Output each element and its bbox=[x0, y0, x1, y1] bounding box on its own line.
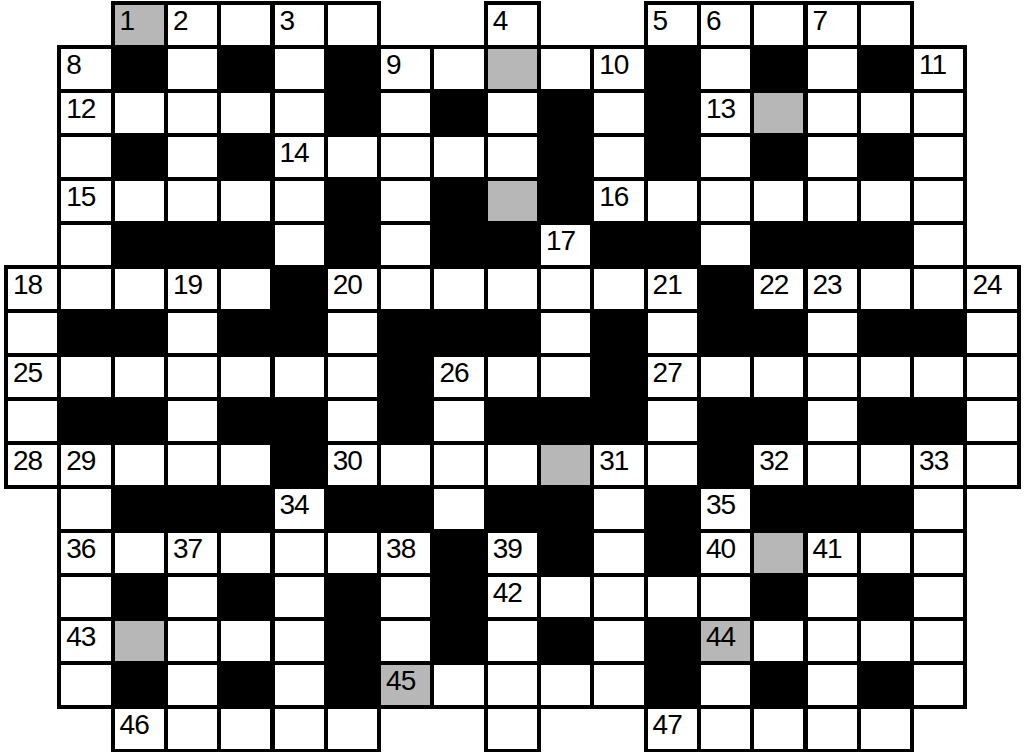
crossword-cell[interactable] bbox=[644, 441, 701, 489]
blocked-cell bbox=[804, 221, 861, 269]
crossword-cell[interactable] bbox=[697, 221, 754, 269]
crossword-cell[interactable] bbox=[590, 661, 647, 709]
blocked-cell bbox=[537, 177, 594, 225]
blocked-cell bbox=[217, 221, 274, 269]
crossword-cell[interactable]: 25 bbox=[4, 353, 61, 401]
blocked-cell bbox=[644, 89, 701, 137]
crossword-cell[interactable] bbox=[271, 221, 328, 269]
crossword-cell[interactable] bbox=[217, 441, 274, 489]
blocked-cell bbox=[324, 617, 381, 665]
crossword-cell[interactable] bbox=[910, 617, 967, 665]
crossword-cell[interactable] bbox=[537, 265, 594, 313]
crossword-cell[interactable] bbox=[164, 573, 221, 621]
crossword-cell[interactable] bbox=[324, 705, 381, 752]
shaded-cell[interactable]: 44 bbox=[697, 617, 754, 665]
crossword-cell[interactable] bbox=[111, 265, 168, 313]
blocked-cell bbox=[590, 353, 647, 401]
crossword-cell[interactable] bbox=[963, 309, 1020, 357]
clue-number: 25 bbox=[13, 357, 42, 389]
crossword-cell[interactable]: 5 bbox=[644, 1, 701, 49]
crossword-cell[interactable] bbox=[164, 89, 221, 137]
crossword-cell[interactable] bbox=[804, 661, 861, 709]
blocked-cell bbox=[537, 529, 594, 577]
clue-number: 2 bbox=[173, 5, 188, 37]
crossword-cell[interactable] bbox=[804, 177, 861, 225]
crossword-cell[interactable] bbox=[590, 89, 647, 137]
clue-number: 33 bbox=[919, 445, 948, 477]
blocked-cell bbox=[324, 221, 381, 269]
crossword-cell[interactable] bbox=[910, 529, 967, 577]
crossword-cell[interactable] bbox=[804, 441, 861, 489]
blocked-cell bbox=[377, 309, 434, 357]
crossword-cell[interactable] bbox=[377, 573, 434, 621]
crossword-cell[interactable] bbox=[644, 177, 701, 225]
crossword-cell[interactable]: 21 bbox=[644, 265, 701, 313]
blocked-cell bbox=[484, 221, 541, 269]
blocked-cell bbox=[857, 485, 914, 533]
crossword-cell[interactable]: 13 bbox=[697, 89, 754, 137]
blocked-cell bbox=[857, 221, 914, 269]
crossword-cell[interactable] bbox=[430, 485, 487, 533]
crossword-cell[interactable]: 7 bbox=[804, 1, 861, 49]
blocked-cell bbox=[111, 45, 168, 93]
blocked-cell bbox=[590, 221, 647, 269]
clue-number: 10 bbox=[599, 49, 628, 81]
crossword-cell[interactable] bbox=[111, 441, 168, 489]
crossword-cell[interactable] bbox=[537, 573, 594, 621]
crossword-cell[interactable] bbox=[57, 133, 114, 181]
crossword-cell[interactable]: 43 bbox=[57, 617, 114, 665]
clue-number: 44 bbox=[706, 621, 735, 653]
blocked-cell bbox=[697, 309, 754, 357]
blocked-cell bbox=[750, 485, 807, 533]
crossword-cell[interactable] bbox=[804, 309, 861, 357]
crossword-cell[interactable] bbox=[644, 573, 701, 621]
crossword-cell[interactable] bbox=[57, 265, 114, 313]
blocked-cell bbox=[111, 221, 168, 269]
crossword-cell[interactable]: 19 bbox=[164, 265, 221, 313]
blocked-cell bbox=[750, 397, 807, 445]
crossword-cell[interactable] bbox=[217, 353, 274, 401]
crossword-cell[interactable] bbox=[217, 265, 274, 313]
crossword-cell[interactable] bbox=[590, 133, 647, 181]
blocked-cell bbox=[750, 45, 807, 93]
crossword-cell[interactable] bbox=[910, 573, 967, 621]
blocked-cell bbox=[377, 397, 434, 445]
crossword-cell[interactable]: 28 bbox=[4, 441, 61, 489]
crossword-cell[interactable]: 3 bbox=[271, 1, 328, 49]
blocked-cell bbox=[857, 573, 914, 621]
crossword-cell[interactable] bbox=[484, 353, 541, 401]
crossword-cell[interactable] bbox=[377, 177, 434, 225]
blocked-cell bbox=[111, 133, 168, 181]
crossword-cell[interactable] bbox=[164, 133, 221, 181]
crossword-cell[interactable] bbox=[377, 441, 434, 489]
crossword-cell[interactable]: 33 bbox=[910, 441, 967, 489]
crossword-cell[interactable] bbox=[484, 133, 541, 181]
blocked-cell bbox=[430, 617, 487, 665]
crossword-cell[interactable] bbox=[857, 529, 914, 577]
blocked-cell bbox=[644, 529, 701, 577]
crossword-cell[interactable]: 15 bbox=[57, 177, 114, 225]
blocked-cell bbox=[750, 221, 807, 269]
blocked-cell bbox=[644, 661, 701, 709]
crossword-cell[interactable] bbox=[910, 177, 967, 225]
crossword-cell[interactable] bbox=[910, 661, 967, 709]
crossword-cell[interactable]: 4 bbox=[484, 1, 541, 49]
crossword-cell[interactable]: 12 bbox=[57, 89, 114, 137]
clue-number: 29 bbox=[66, 445, 95, 477]
blocked-cell bbox=[697, 397, 754, 445]
crossword-cell[interactable]: 23 bbox=[804, 265, 861, 313]
crossword-cell[interactable] bbox=[111, 177, 168, 225]
blocked-cell bbox=[217, 45, 274, 93]
clue-number: 34 bbox=[280, 489, 309, 521]
clue-number: 3 bbox=[280, 5, 295, 37]
crossword-cell[interactable]: 10 bbox=[590, 45, 647, 93]
clue-number: 46 bbox=[120, 709, 149, 741]
blocked-cell bbox=[750, 573, 807, 621]
crossword-cell[interactable]: 14 bbox=[271, 133, 328, 181]
crossword-cell[interactable]: 26 bbox=[430, 353, 487, 401]
clue-number: 13 bbox=[706, 93, 735, 125]
crossword-cell[interactable] bbox=[963, 397, 1020, 445]
shaded-cell[interactable] bbox=[484, 177, 541, 225]
crossword-cell[interactable] bbox=[484, 705, 541, 752]
crossword-cell[interactable] bbox=[910, 265, 967, 313]
crossword-cell[interactable] bbox=[697, 705, 754, 752]
crossword-cell[interactable] bbox=[57, 221, 114, 269]
crossword-cell[interactable] bbox=[57, 353, 114, 401]
shaded-cell[interactable] bbox=[484, 45, 541, 93]
shaded-cell[interactable] bbox=[750, 529, 807, 577]
blocked-cell bbox=[377, 353, 434, 401]
clue-number: 14 bbox=[280, 137, 309, 169]
crossword-cell[interactable]: 34 bbox=[271, 485, 328, 533]
crossword-cell[interactable] bbox=[271, 573, 328, 621]
crossword-cell[interactable] bbox=[164, 353, 221, 401]
clue-number: 28 bbox=[13, 445, 42, 477]
crossword-cell[interactable] bbox=[271, 177, 328, 225]
crossword-cell[interactable] bbox=[430, 441, 487, 489]
crossword-cell[interactable] bbox=[217, 617, 274, 665]
shaded-cell[interactable] bbox=[537, 441, 594, 489]
crossword-cell[interactable] bbox=[750, 177, 807, 225]
crossword-cell[interactable]: 41 bbox=[804, 529, 861, 577]
crossword-cell[interactable] bbox=[857, 1, 914, 49]
clue-number: 45 bbox=[386, 665, 415, 697]
crossword-cell[interactable] bbox=[484, 441, 541, 489]
crossword-cell[interactable] bbox=[857, 441, 914, 489]
blocked-cell bbox=[324, 89, 381, 137]
crossword-cell[interactable]: 40 bbox=[697, 529, 754, 577]
blocked-cell bbox=[57, 397, 114, 445]
crossword-puzzle: 1234567891011121314151617181920212223242… bbox=[0, 0, 1024, 752]
blocked-cell bbox=[324, 485, 381, 533]
blocked-cell bbox=[271, 265, 328, 313]
crossword-cell[interactable]: 18 bbox=[4, 265, 61, 313]
clue-number: 38 bbox=[386, 533, 415, 565]
shaded-cell[interactable]: 1 bbox=[111, 1, 168, 49]
crossword-cell[interactable] bbox=[377, 133, 434, 181]
clue-number: 41 bbox=[813, 533, 842, 565]
crossword-cell[interactable]: 30 bbox=[324, 441, 381, 489]
crossword-cell[interactable]: 27 bbox=[644, 353, 701, 401]
blocked-cell bbox=[217, 485, 274, 533]
crossword-cell[interactable]: 31 bbox=[590, 441, 647, 489]
crossword-cell[interactable] bbox=[324, 309, 381, 357]
blocked-cell bbox=[484, 485, 541, 533]
crossword-cell[interactable] bbox=[804, 705, 861, 752]
crossword-cell[interactable] bbox=[324, 529, 381, 577]
crossword-cell[interactable] bbox=[537, 661, 594, 709]
crossword-board: 1234567891011121314151617181920212223242… bbox=[0, 0, 1024, 752]
clue-number: 4 bbox=[493, 5, 508, 37]
crossword-cell[interactable] bbox=[164, 441, 221, 489]
crossword-cell[interactable] bbox=[697, 45, 754, 93]
crossword-cell[interactable] bbox=[430, 265, 487, 313]
crossword-cell[interactable] bbox=[217, 705, 274, 752]
crossword-cell[interactable] bbox=[590, 617, 647, 665]
clue-number: 35 bbox=[706, 489, 735, 521]
blocked-cell bbox=[590, 309, 647, 357]
crossword-cell[interactable] bbox=[590, 573, 647, 621]
clue-number: 47 bbox=[653, 709, 682, 741]
crossword-cell[interactable] bbox=[804, 89, 861, 137]
crossword-cell[interactable] bbox=[377, 221, 434, 269]
crossword-cell[interactable] bbox=[590, 265, 647, 313]
crossword-cell[interactable] bbox=[697, 353, 754, 401]
crossword-cell[interactable]: 42 bbox=[484, 573, 541, 621]
crossword-cell[interactable] bbox=[57, 573, 114, 621]
blocked-cell bbox=[430, 529, 487, 577]
crossword-cell[interactable] bbox=[750, 1, 807, 49]
crossword-cell[interactable] bbox=[910, 221, 967, 269]
blocked-cell bbox=[910, 397, 967, 445]
blocked-cell bbox=[644, 45, 701, 93]
blocked-cell bbox=[217, 133, 274, 181]
crossword-cell[interactable] bbox=[910, 353, 967, 401]
crossword-cell[interactable] bbox=[111, 529, 168, 577]
crossword-cell[interactable]: 37 bbox=[164, 529, 221, 577]
crossword-cell[interactable] bbox=[537, 309, 594, 357]
crossword-cell[interactable] bbox=[217, 177, 274, 225]
blocked-cell bbox=[430, 573, 487, 621]
crossword-cell[interactable] bbox=[217, 89, 274, 137]
blocked-cell bbox=[537, 133, 594, 181]
crossword-cell[interactable] bbox=[4, 309, 61, 357]
crossword-cell[interactable] bbox=[484, 661, 541, 709]
clue-number: 12 bbox=[66, 93, 95, 125]
crossword-cell[interactable] bbox=[430, 661, 487, 709]
blocked-cell bbox=[537, 617, 594, 665]
blocked-cell bbox=[857, 661, 914, 709]
blocked-cell bbox=[111, 661, 168, 709]
crossword-cell[interactable] bbox=[271, 705, 328, 752]
blocked-cell bbox=[217, 397, 274, 445]
crossword-cell[interactable]: 2 bbox=[164, 1, 221, 49]
blocked-cell bbox=[750, 661, 807, 709]
crossword-cell[interactable] bbox=[910, 133, 967, 181]
blocked-cell bbox=[644, 133, 701, 181]
crossword-cell[interactable]: 8 bbox=[57, 45, 114, 93]
crossword-cell[interactable]: 20 bbox=[324, 265, 381, 313]
blocked-cell bbox=[857, 309, 914, 357]
blocked-cell bbox=[697, 265, 754, 313]
blocked-cell bbox=[217, 309, 274, 357]
crossword-cell[interactable] bbox=[484, 265, 541, 313]
clue-number: 18 bbox=[13, 269, 42, 301]
crossword-cell[interactable] bbox=[4, 397, 61, 445]
crossword-cell[interactable] bbox=[324, 353, 381, 401]
crossword-cell[interactable] bbox=[271, 661, 328, 709]
clue-number: 42 bbox=[493, 577, 522, 609]
crossword-cell[interactable] bbox=[271, 353, 328, 401]
crossword-cell[interactable] bbox=[857, 265, 914, 313]
crossword-cell[interactable] bbox=[217, 529, 274, 577]
crossword-cell[interactable] bbox=[750, 617, 807, 665]
crossword-cell[interactable] bbox=[324, 397, 381, 445]
crossword-cell[interactable] bbox=[804, 45, 861, 93]
crossword-cell[interactable] bbox=[164, 617, 221, 665]
blocked-cell bbox=[164, 221, 221, 269]
crossword-cell[interactable] bbox=[644, 397, 701, 445]
crossword-cell[interactable] bbox=[804, 573, 861, 621]
crossword-cell[interactable] bbox=[804, 617, 861, 665]
blocked-cell bbox=[430, 221, 487, 269]
crossword-cell[interactable]: 46 bbox=[111, 705, 168, 752]
clue-number: 36 bbox=[66, 533, 95, 565]
crossword-cell[interactable] bbox=[963, 441, 1020, 489]
crossword-cell[interactable] bbox=[377, 617, 434, 665]
crossword-cell[interactable] bbox=[590, 485, 647, 533]
crossword-cell[interactable] bbox=[963, 353, 1020, 401]
shaded-cell[interactable] bbox=[750, 89, 807, 137]
crossword-cell[interactable] bbox=[590, 529, 647, 577]
crossword-cell[interactable]: 47 bbox=[644, 705, 701, 752]
clue-number: 43 bbox=[66, 621, 95, 653]
crossword-cell[interactable] bbox=[324, 133, 381, 181]
clue-number: 37 bbox=[173, 533, 202, 565]
crossword-cell[interactable] bbox=[537, 353, 594, 401]
crossword-cell[interactable] bbox=[857, 705, 914, 752]
crossword-cell[interactable] bbox=[217, 1, 274, 49]
blocked-cell bbox=[537, 485, 594, 533]
crossword-cell[interactable] bbox=[430, 397, 487, 445]
clue-number: 7 bbox=[813, 5, 828, 37]
clue-number: 40 bbox=[706, 533, 735, 565]
crossword-cell[interactable] bbox=[271, 529, 328, 577]
crossword-cell[interactable] bbox=[804, 353, 861, 401]
crossword-cell[interactable] bbox=[857, 353, 914, 401]
crossword-cell[interactable] bbox=[430, 45, 487, 93]
clue-number: 31 bbox=[599, 445, 628, 477]
clue-number: 16 bbox=[599, 181, 628, 213]
blocked-cell bbox=[111, 397, 168, 445]
blocked-cell bbox=[857, 45, 914, 93]
crossword-cell[interactable]: 29 bbox=[57, 441, 114, 489]
crossword-cell[interactable] bbox=[164, 177, 221, 225]
crossword-cell[interactable]: 39 bbox=[484, 529, 541, 577]
crossword-cell[interactable]: 17 bbox=[537, 221, 594, 269]
shaded-cell[interactable]: 45 bbox=[377, 661, 434, 709]
crossword-cell[interactable] bbox=[804, 397, 861, 445]
crossword-cell[interactable] bbox=[644, 309, 701, 357]
crossword-cell[interactable]: 22 bbox=[750, 265, 807, 313]
crossword-cell[interactable] bbox=[324, 1, 381, 49]
crossword-cell[interactable] bbox=[164, 45, 221, 93]
crossword-cell[interactable] bbox=[697, 661, 754, 709]
clue-number: 30 bbox=[333, 445, 362, 477]
blocked-cell bbox=[750, 309, 807, 357]
crossword-cell[interactable] bbox=[377, 89, 434, 137]
crossword-cell[interactable] bbox=[857, 89, 914, 137]
blocked-cell bbox=[750, 133, 807, 181]
blocked-cell bbox=[804, 485, 861, 533]
crossword-cell[interactable] bbox=[111, 89, 168, 137]
blocked-cell bbox=[324, 177, 381, 225]
crossword-cell[interactable] bbox=[164, 397, 221, 445]
crossword-cell[interactable] bbox=[271, 89, 328, 137]
shaded-cell[interactable] bbox=[111, 617, 168, 665]
crossword-cell[interactable] bbox=[697, 177, 754, 225]
crossword-cell[interactable] bbox=[164, 309, 221, 357]
blocked-cell bbox=[217, 661, 274, 709]
crossword-cell[interactable] bbox=[697, 573, 754, 621]
crossword-cell[interactable] bbox=[377, 265, 434, 313]
crossword-cell[interactable]: 32 bbox=[750, 441, 807, 489]
crossword-cell[interactable] bbox=[750, 705, 807, 752]
crossword-cell[interactable] bbox=[164, 705, 221, 752]
crossword-cell[interactable] bbox=[697, 133, 754, 181]
crossword-cell[interactable] bbox=[57, 485, 114, 533]
crossword-cell[interactable] bbox=[537, 45, 594, 93]
crossword-cell[interactable] bbox=[271, 45, 328, 93]
blocked-cell bbox=[430, 89, 487, 137]
crossword-cell[interactable] bbox=[164, 661, 221, 709]
crossword-cell[interactable] bbox=[271, 617, 328, 665]
clue-number: 20 bbox=[333, 269, 362, 301]
clue-number: 9 bbox=[386, 49, 401, 81]
blocked-cell bbox=[644, 221, 701, 269]
crossword-cell[interactable]: 11 bbox=[910, 45, 967, 93]
crossword-cell[interactable] bbox=[484, 617, 541, 665]
blocked-cell bbox=[217, 573, 274, 621]
crossword-cell[interactable] bbox=[750, 353, 807, 401]
crossword-cell[interactable] bbox=[484, 89, 541, 137]
crossword-cell[interactable]: 6 bbox=[697, 1, 754, 49]
crossword-cell[interactable] bbox=[804, 133, 861, 181]
clue-number: 27 bbox=[653, 357, 682, 389]
crossword-cell[interactable] bbox=[430, 133, 487, 181]
crossword-cell[interactable] bbox=[857, 177, 914, 225]
crossword-cell[interactable] bbox=[910, 89, 967, 137]
crossword-cell[interactable]: 38 bbox=[377, 529, 434, 577]
clue-number: 5 bbox=[653, 5, 668, 37]
crossword-cell[interactable] bbox=[910, 485, 967, 533]
blocked-cell bbox=[164, 485, 221, 533]
crossword-cell[interactable]: 24 bbox=[963, 265, 1020, 313]
crossword-cell[interactable] bbox=[111, 353, 168, 401]
crossword-cell[interactable]: 36 bbox=[57, 529, 114, 577]
blocked-cell bbox=[271, 309, 328, 357]
crossword-cell[interactable]: 9 bbox=[377, 45, 434, 93]
crossword-cell[interactable]: 35 bbox=[697, 485, 754, 533]
clue-number: 8 bbox=[66, 49, 81, 81]
crossword-cell[interactable] bbox=[57, 661, 114, 709]
crossword-cell[interactable]: 16 bbox=[590, 177, 647, 225]
crossword-cell[interactable] bbox=[857, 617, 914, 665]
